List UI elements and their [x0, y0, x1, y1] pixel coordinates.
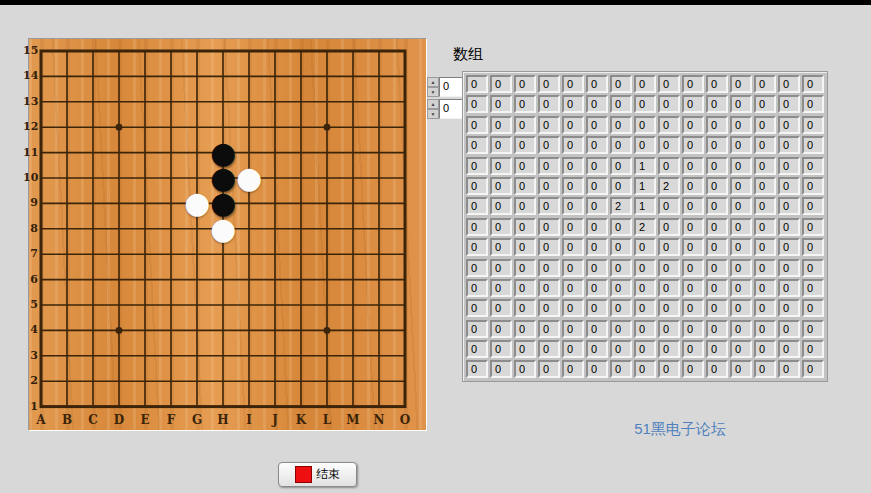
array-cell: 0 [562, 340, 584, 358]
row-label: 5 [23, 298, 38, 312]
array-cell: 0 [706, 197, 728, 215]
array-cell: 0 [778, 197, 800, 215]
array-cell: 0 [538, 238, 560, 256]
array-cell: 0 [778, 157, 800, 175]
stop-button-label: 结束 [312, 466, 350, 483]
array-cell: 0 [778, 75, 800, 93]
array-cell: 0 [754, 116, 776, 134]
row-label: 10 [23, 171, 38, 185]
array-cell: 0 [634, 238, 656, 256]
array-cell: 0 [658, 299, 680, 317]
col-label: I [240, 413, 258, 427]
array-cell: 0 [634, 95, 656, 113]
array-cell: 0 [706, 218, 728, 236]
array-cell: 0 [754, 360, 776, 378]
array-cell: 0 [706, 75, 728, 93]
array-cell: 0 [682, 320, 704, 338]
array-cell: 0 [466, 360, 488, 378]
array-cell: 0 [730, 360, 752, 378]
array-cell: 0 [466, 177, 488, 195]
col-label: C [84, 413, 102, 427]
array-cell: 0 [802, 157, 824, 175]
array-cell: 0 [730, 259, 752, 277]
row-label: 2 [23, 374, 38, 388]
array-cell: 0 [514, 136, 536, 154]
array-cell: 0 [730, 95, 752, 113]
array-cell: 0 [586, 299, 608, 317]
array-cell: 0 [586, 136, 608, 154]
array-cell: 0 [778, 116, 800, 134]
array-cell: 0 [538, 299, 560, 317]
array-cell: 0 [682, 259, 704, 277]
array-cell: 0 [514, 157, 536, 175]
array-cell: 0 [586, 75, 608, 93]
array-cell: 0 [562, 320, 584, 338]
array-cell: 0 [754, 197, 776, 215]
array-cell: 0 [490, 197, 512, 215]
array-cell: 0 [682, 299, 704, 317]
array-cell: 0 [682, 95, 704, 113]
array-cell: 0 [730, 177, 752, 195]
array-cell: 0 [754, 157, 776, 175]
array-cell: 0 [514, 259, 536, 277]
array-cell: 0 [490, 238, 512, 256]
stone-white: ● [234, 163, 264, 193]
array-cell: 0 [754, 340, 776, 358]
array-cell: 0 [514, 340, 536, 358]
array-cell: 0 [466, 320, 488, 338]
array-cell: 0 [634, 259, 656, 277]
array-cell: 0 [706, 259, 728, 277]
array-cell: 0 [778, 320, 800, 338]
array-cell: 0 [610, 116, 632, 134]
array-cell: 0 [682, 360, 704, 378]
array-cell: 0 [490, 177, 512, 195]
array-cell: 0 [658, 75, 680, 93]
array-cell: 0 [562, 136, 584, 154]
array-cell: 0 [538, 136, 560, 154]
array-cell: 0 [514, 279, 536, 297]
array-cell: 0 [682, 197, 704, 215]
array-cell: 0 [514, 177, 536, 195]
array-cell: 0 [754, 75, 776, 93]
row-label: 4 [23, 323, 38, 337]
array-cell: 0 [514, 197, 536, 215]
array-cell: 0 [754, 218, 776, 236]
array-cell: 0 [682, 279, 704, 297]
array-cell: 0 [490, 279, 512, 297]
array-cell: 0 [466, 157, 488, 175]
array-cell: 0 [706, 95, 728, 113]
array-cell: 0 [466, 75, 488, 93]
array-cell: 0 [778, 279, 800, 297]
array-cell: 1 [634, 177, 656, 195]
row-label: 11 [23, 146, 38, 160]
array-cell: 0 [778, 136, 800, 154]
array-cell: 0 [490, 299, 512, 317]
row-label: 14 [23, 69, 38, 83]
col-label: M [344, 413, 362, 427]
array-cell: 0 [658, 116, 680, 134]
array-cell: 0 [466, 116, 488, 134]
array-cell: 0 [778, 340, 800, 358]
array-cell: 0 [802, 259, 824, 277]
array-cell: 0 [490, 259, 512, 277]
col-label: K [292, 413, 310, 427]
array-cell: 0 [562, 360, 584, 378]
array-cell: 0 [514, 238, 536, 256]
array-cell: 0 [706, 320, 728, 338]
array-cell: 0 [778, 218, 800, 236]
array-cell: 0 [610, 95, 632, 113]
array-cell: 0 [802, 95, 824, 113]
array-cell: 0 [466, 95, 488, 113]
array-cell: 0 [802, 360, 824, 378]
array-cell: 0 [706, 340, 728, 358]
array-cell: 0 [562, 238, 584, 256]
array-cell: 0 [586, 116, 608, 134]
array-cell: 0 [514, 360, 536, 378]
array-cell: 0 [490, 136, 512, 154]
array-cell: 0 [490, 157, 512, 175]
array-cell: 0 [802, 177, 824, 195]
array-cell: 0 [802, 75, 824, 93]
array-cell: 0 [730, 320, 752, 338]
array-cell: 0 [778, 238, 800, 256]
array-cell: 0 [514, 116, 536, 134]
array-cell: 0 [706, 279, 728, 297]
col-label: J [266, 413, 284, 427]
array-cell: 0 [466, 259, 488, 277]
array-cell: 2 [658, 177, 680, 195]
array-cell: 0 [586, 177, 608, 195]
array-cell: 0 [658, 279, 680, 297]
array-cell: 0 [706, 177, 728, 195]
star-point [324, 327, 331, 334]
array-cell: 0 [538, 116, 560, 134]
array-cell: 0 [802, 299, 824, 317]
array-cell: 0 [682, 218, 704, 236]
col-label: D [110, 413, 128, 427]
row-label: 6 [23, 273, 38, 287]
col-label: G [188, 413, 206, 427]
array-cell: 0 [730, 157, 752, 175]
star-point [116, 327, 123, 334]
array-cell: 0 [730, 299, 752, 317]
array-cell: 0 [754, 299, 776, 317]
array-cell: 0 [586, 279, 608, 297]
array-cell: 0 [490, 75, 512, 93]
array-cell: 0 [634, 279, 656, 297]
array-cell: 1 [634, 197, 656, 215]
array-cell: 0 [706, 238, 728, 256]
array-cell: 0 [658, 95, 680, 113]
row-label: 7 [23, 247, 38, 261]
col-label: H [214, 413, 232, 427]
array-cell: 0 [610, 75, 632, 93]
array-cell: 0 [562, 116, 584, 134]
array-cell: 0 [682, 116, 704, 134]
array-cell: 0 [466, 238, 488, 256]
array-cell: 0 [490, 95, 512, 113]
array-cell: 0 [466, 279, 488, 297]
array-grid: 0000000000000000000000000000000000000000… [466, 75, 824, 378]
array-cell: 0 [562, 218, 584, 236]
array-cell: 0 [730, 197, 752, 215]
array-cell: 0 [658, 340, 680, 358]
col-label: L [318, 413, 336, 427]
array-cell: 0 [730, 340, 752, 358]
star-point [116, 124, 123, 131]
row-label: 8 [23, 222, 38, 236]
array-cell: 0 [538, 218, 560, 236]
gomoku-board-panel[interactable]: 151413121110987654321ABCDEFGHIJKLMNO●●●●… [28, 38, 427, 431]
array-cell: 0 [730, 238, 752, 256]
spinner-up-icon[interactable]: ▲ [427, 99, 439, 109]
array-cell: 0 [802, 279, 824, 297]
array-cell: 0 [802, 197, 824, 215]
array-cell: 0 [490, 340, 512, 358]
array-cell: 1 [634, 157, 656, 175]
array-cell: 0 [514, 95, 536, 113]
array-cell: 0 [754, 320, 776, 338]
array-cell: 0 [466, 299, 488, 317]
array-cell: 0 [562, 299, 584, 317]
array-cell: 0 [754, 279, 776, 297]
array-cell: 0 [490, 320, 512, 338]
star-point [324, 124, 331, 131]
col-label: N [370, 413, 388, 427]
stop-button[interactable]: 结束 [278, 462, 357, 487]
array-cell: 0 [778, 299, 800, 317]
array-cell: 0 [802, 340, 824, 358]
array-cell: 0 [634, 136, 656, 154]
array-cell: 0 [730, 75, 752, 93]
array-cell: 0 [802, 136, 824, 154]
array-cell: 0 [538, 95, 560, 113]
array-cell: 0 [562, 95, 584, 113]
array-cell: 0 [634, 340, 656, 358]
array-cell: 0 [610, 340, 632, 358]
array-cell: 0 [706, 360, 728, 378]
array-cell: 0 [610, 299, 632, 317]
array-cell: 0 [634, 320, 656, 338]
array-cell: 0 [610, 320, 632, 338]
array-cell: 0 [538, 177, 560, 195]
array-cell: 0 [706, 116, 728, 134]
array-cell: 0 [706, 299, 728, 317]
array-cell: 0 [586, 95, 608, 113]
index-value[interactable]: 0 [439, 77, 464, 97]
array-cell: 0 [802, 116, 824, 134]
array-cell: 0 [658, 360, 680, 378]
spinner-up-icon[interactable]: ▲ [427, 77, 439, 87]
array-cell: 0 [538, 75, 560, 93]
array-cell: 0 [634, 116, 656, 134]
array-grid-frame: 0000000000000000000000000000000000000000… [462, 71, 828, 382]
array-cell: 0 [754, 259, 776, 277]
board-wood-texture: 151413121110987654321ABCDEFGHIJKLMNO●●●●… [29, 39, 426, 430]
array-cell: 0 [466, 340, 488, 358]
row-label: 15 [23, 44, 38, 58]
array-cell: 0 [610, 218, 632, 236]
index-spinner[interactable]: ▲ ▼ [427, 99, 439, 119]
array-cell: 0 [802, 218, 824, 236]
stop-square-icon [295, 466, 312, 483]
array-cell: 0 [466, 218, 488, 236]
array-cell: 0 [610, 136, 632, 154]
array-index-control-col[interactable]: ▲ ▼ 0 [427, 99, 464, 119]
array-cell: 0 [586, 259, 608, 277]
spinner-down-icon[interactable]: ▼ [427, 87, 439, 97]
array-cell: 0 [682, 238, 704, 256]
array-cell: 0 [610, 157, 632, 175]
stone-white: ● [208, 214, 238, 244]
array-cell: 2 [610, 197, 632, 215]
top-bar [0, 0, 871, 5]
array-cell: 0 [514, 299, 536, 317]
array-cell: 0 [490, 116, 512, 134]
col-label: E [136, 413, 154, 427]
index-spinner[interactable]: ▲ ▼ [427, 77, 439, 97]
index-value[interactable]: 0 [439, 99, 464, 119]
array-cell: 0 [610, 360, 632, 378]
array-cell: 0 [562, 197, 584, 215]
array-cell: 0 [562, 157, 584, 175]
array-cell: 0 [490, 218, 512, 236]
col-label: O [396, 413, 414, 427]
array-cell: 0 [610, 177, 632, 195]
array-cell: 0 [682, 177, 704, 195]
array-cell: 0 [538, 360, 560, 378]
array-cell: 0 [538, 279, 560, 297]
array-cell: 0 [634, 75, 656, 93]
array-cell: 0 [610, 238, 632, 256]
array-cell: 0 [778, 259, 800, 277]
array-cell: 0 [754, 95, 776, 113]
array-cell: 0 [490, 360, 512, 378]
col-label: F [162, 413, 180, 427]
row-label: 9 [23, 196, 38, 210]
array-cell: 0 [778, 177, 800, 195]
array-cell: 0 [538, 340, 560, 358]
array-cell: 0 [730, 136, 752, 154]
col-label: A [32, 413, 50, 427]
array-cell: 0 [658, 157, 680, 175]
board-grid: 151413121110987654321ABCDEFGHIJKLMNO●●●●… [41, 51, 405, 407]
array-cell: 0 [586, 157, 608, 175]
array-cell: 0 [562, 259, 584, 277]
row-label: 13 [23, 95, 38, 109]
array-cell: 0 [514, 75, 536, 93]
array-cell: 0 [562, 279, 584, 297]
array-cell: 0 [658, 320, 680, 338]
array-cell: 0 [778, 360, 800, 378]
array-cell: 0 [514, 218, 536, 236]
array-cell: 0 [514, 320, 536, 338]
array-cell: 0 [754, 238, 776, 256]
array-cell: 0 [610, 259, 632, 277]
array-cell: 0 [730, 116, 752, 134]
array-cell: 0 [682, 136, 704, 154]
array-cell: 0 [466, 197, 488, 215]
array-cell: 0 [706, 136, 728, 154]
array-cell: 0 [682, 340, 704, 358]
array-cell: 0 [802, 238, 824, 256]
array-cell: 0 [610, 279, 632, 297]
array-cell: 0 [706, 157, 728, 175]
array-cell: 0 [634, 299, 656, 317]
array-cell: 0 [586, 360, 608, 378]
row-label: 12 [23, 120, 38, 134]
array-cell: 0 [778, 95, 800, 113]
array-cell: 0 [658, 259, 680, 277]
array-cell: 0 [538, 320, 560, 338]
array-cell: 0 [730, 279, 752, 297]
array-cell: 0 [682, 75, 704, 93]
spinner-down-icon[interactable]: ▼ [427, 109, 439, 119]
array-cell: 0 [562, 75, 584, 93]
array-cell: 0 [538, 157, 560, 175]
array-cell: 0 [730, 218, 752, 236]
row-label: 3 [23, 349, 38, 363]
array-cell: 0 [682, 157, 704, 175]
array-cell: 0 [658, 197, 680, 215]
forum-link[interactable]: 51黑电子论坛 [560, 420, 800, 439]
array-cell: 0 [658, 136, 680, 154]
array-label: 数组 [453, 45, 483, 64]
array-cell: 0 [658, 218, 680, 236]
array-cell: 0 [802, 320, 824, 338]
array-cell: 2 [634, 218, 656, 236]
array-cell: 0 [538, 197, 560, 215]
array-cell: 0 [634, 360, 656, 378]
array-cell: 0 [586, 340, 608, 358]
array-index-control-row[interactable]: ▲ ▼ 0 [427, 77, 464, 97]
array-cell: 0 [586, 218, 608, 236]
array-cell: 0 [562, 177, 584, 195]
array-cell: 0 [586, 238, 608, 256]
array-cell: 0 [754, 136, 776, 154]
col-label: B [58, 413, 76, 427]
array-cell: 0 [538, 259, 560, 277]
array-cell: 0 [586, 197, 608, 215]
array-cell: 0 [754, 177, 776, 195]
row-label: 1 [23, 400, 38, 414]
array-cell: 0 [586, 320, 608, 338]
array-cell: 0 [658, 238, 680, 256]
array-cell: 0 [466, 136, 488, 154]
